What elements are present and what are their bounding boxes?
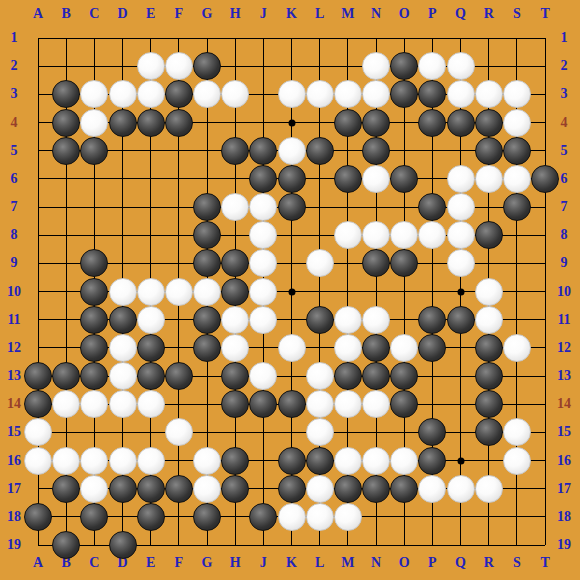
black-stone[interactable] [165, 475, 193, 503]
white-stone[interactable] [80, 80, 108, 108]
white-stone[interactable] [193, 447, 221, 475]
row-label-left: 16 [7, 453, 21, 469]
black-stone[interactable] [390, 52, 418, 80]
black-stone[interactable] [80, 278, 108, 306]
white-stone[interactable] [334, 390, 362, 418]
black-stone[interactable] [362, 334, 390, 362]
white-stone[interactable] [447, 249, 475, 277]
white-stone[interactable] [193, 475, 221, 503]
black-stone[interactable] [193, 306, 221, 334]
white-stone[interactable] [278, 334, 306, 362]
column-label-bottom: G [202, 555, 213, 571]
white-stone[interactable] [249, 249, 277, 277]
black-stone[interactable] [221, 447, 249, 475]
white-stone[interactable] [362, 447, 390, 475]
black-stone[interactable] [193, 334, 221, 362]
black-stone[interactable] [249, 165, 277, 193]
black-stone[interactable] [390, 362, 418, 390]
row-label-right: 12 [557, 340, 571, 356]
white-stone[interactable] [306, 80, 334, 108]
column-label-top: F [175, 6, 184, 22]
row-label-right: 1 [561, 30, 568, 46]
black-stone[interactable] [306, 306, 334, 334]
white-stone[interactable] [278, 137, 306, 165]
black-stone[interactable] [109, 109, 137, 137]
black-stone[interactable] [278, 165, 306, 193]
black-stone[interactable] [334, 362, 362, 390]
black-stone[interactable] [193, 52, 221, 80]
white-stone[interactable] [137, 390, 165, 418]
black-stone[interactable] [390, 249, 418, 277]
row-label-right: 9 [561, 255, 568, 271]
row-label-left: 14 [7, 396, 21, 412]
black-stone[interactable] [193, 249, 221, 277]
black-stone[interactable] [80, 137, 108, 165]
black-stone[interactable] [52, 531, 80, 559]
white-stone[interactable] [80, 390, 108, 418]
column-label-top: H [230, 6, 241, 22]
black-stone[interactable] [24, 362, 52, 390]
black-stone[interactable] [306, 447, 334, 475]
black-stone[interactable] [503, 193, 531, 221]
white-stone[interactable] [418, 52, 446, 80]
black-stone[interactable] [503, 137, 531, 165]
row-label-right: 8 [561, 227, 568, 243]
black-stone[interactable] [362, 475, 390, 503]
row-label-right: 16 [557, 453, 571, 469]
white-stone[interactable] [306, 503, 334, 531]
black-stone[interactable] [475, 390, 503, 418]
row-label-left: 1 [11, 30, 18, 46]
white-stone[interactable] [503, 165, 531, 193]
black-stone[interactable] [390, 390, 418, 418]
black-stone[interactable] [334, 109, 362, 137]
column-label-top: S [513, 6, 521, 22]
grid-line-horizontal [38, 432, 545, 433]
white-stone[interactable] [503, 418, 531, 446]
black-stone[interactable] [109, 475, 137, 503]
black-stone[interactable] [52, 109, 80, 137]
white-stone[interactable] [306, 390, 334, 418]
row-label-right: 2 [561, 58, 568, 74]
black-stone[interactable] [418, 80, 446, 108]
column-label-bottom: T [540, 555, 549, 571]
white-stone[interactable] [503, 80, 531, 108]
column-label-top: G [202, 6, 213, 22]
column-label-top: J [260, 6, 267, 22]
row-label-left: 15 [7, 424, 21, 440]
white-stone[interactable] [418, 221, 446, 249]
column-label-bottom: P [428, 555, 437, 571]
black-stone[interactable] [475, 137, 503, 165]
star-point [457, 288, 464, 295]
white-stone[interactable] [447, 52, 475, 80]
black-stone[interactable] [334, 475, 362, 503]
black-stone[interactable] [52, 475, 80, 503]
white-stone[interactable] [475, 475, 503, 503]
black-stone[interactable] [137, 475, 165, 503]
white-stone[interactable] [475, 278, 503, 306]
white-stone[interactable] [503, 447, 531, 475]
white-stone[interactable] [334, 334, 362, 362]
row-label-right: 14 [557, 396, 571, 412]
row-label-right: 10 [557, 284, 571, 300]
column-label-top: T [540, 6, 549, 22]
star-point [288, 288, 295, 295]
black-stone[interactable] [475, 362, 503, 390]
white-stone[interactable] [503, 109, 531, 137]
white-stone[interactable] [362, 165, 390, 193]
white-stone[interactable] [109, 278, 137, 306]
white-stone[interactable] [193, 80, 221, 108]
white-stone[interactable] [109, 447, 137, 475]
black-stone[interactable] [137, 334, 165, 362]
white-stone[interactable] [165, 278, 193, 306]
white-stone[interactable] [137, 447, 165, 475]
column-label-top: N [371, 6, 381, 22]
row-label-right: 19 [557, 537, 571, 553]
black-stone[interactable] [52, 137, 80, 165]
white-stone[interactable] [52, 390, 80, 418]
row-label-left: 18 [7, 509, 21, 525]
row-label-left: 8 [11, 227, 18, 243]
black-stone[interactable] [418, 306, 446, 334]
row-label-right: 4 [561, 115, 568, 131]
black-stone[interactable] [80, 249, 108, 277]
column-label-top: Q [455, 6, 466, 22]
row-label-left: 10 [7, 284, 21, 300]
white-stone[interactable] [447, 80, 475, 108]
black-stone[interactable] [80, 362, 108, 390]
black-stone[interactable] [24, 503, 52, 531]
black-stone[interactable] [193, 221, 221, 249]
white-stone[interactable] [306, 418, 334, 446]
column-label-bottom: Q [455, 555, 466, 571]
row-label-right: 13 [557, 368, 571, 384]
black-stone[interactable] [221, 390, 249, 418]
white-stone[interactable] [249, 306, 277, 334]
column-label-bottom: C [89, 555, 99, 571]
column-label-top: C [89, 6, 99, 22]
row-label-left: 17 [7, 481, 21, 497]
white-stone[interactable] [80, 109, 108, 137]
row-label-right: 3 [561, 86, 568, 102]
black-stone[interactable] [137, 109, 165, 137]
row-label-left: 12 [7, 340, 21, 356]
black-stone[interactable] [193, 503, 221, 531]
white-stone[interactable] [221, 193, 249, 221]
white-stone[interactable] [24, 447, 52, 475]
white-stone[interactable] [278, 503, 306, 531]
row-label-left: 4 [11, 115, 18, 131]
white-stone[interactable] [137, 52, 165, 80]
white-stone[interactable] [193, 278, 221, 306]
white-stone[interactable] [165, 418, 193, 446]
white-stone[interactable] [362, 390, 390, 418]
white-stone[interactable] [418, 475, 446, 503]
black-stone[interactable] [418, 109, 446, 137]
row-label-right: 6 [561, 171, 568, 187]
black-stone[interactable] [137, 362, 165, 390]
black-stone[interactable] [221, 249, 249, 277]
black-stone[interactable] [390, 80, 418, 108]
column-label-top: K [286, 6, 297, 22]
white-stone[interactable] [334, 221, 362, 249]
row-label-right: 5 [561, 143, 568, 159]
black-stone[interactable] [278, 475, 306, 503]
white-stone[interactable] [109, 390, 137, 418]
white-stone[interactable] [334, 306, 362, 334]
black-stone[interactable] [137, 503, 165, 531]
black-stone[interactable] [447, 109, 475, 137]
white-stone[interactable] [334, 447, 362, 475]
black-stone[interactable] [362, 109, 390, 137]
black-stone[interactable] [447, 306, 475, 334]
black-stone[interactable] [390, 475, 418, 503]
column-label-top: O [399, 6, 410, 22]
white-stone[interactable] [362, 80, 390, 108]
black-stone[interactable] [165, 80, 193, 108]
white-stone[interactable] [475, 165, 503, 193]
black-stone[interactable] [390, 165, 418, 193]
black-stone[interactable] [475, 221, 503, 249]
row-label-right: 15 [557, 424, 571, 440]
white-stone[interactable] [109, 80, 137, 108]
black-stone[interactable] [475, 334, 503, 362]
white-stone[interactable] [109, 362, 137, 390]
black-stone[interactable] [109, 531, 137, 559]
white-stone[interactable] [390, 221, 418, 249]
white-stone[interactable] [362, 52, 390, 80]
white-stone[interactable] [334, 80, 362, 108]
white-stone[interactable] [362, 306, 390, 334]
black-stone[interactable] [362, 137, 390, 165]
black-stone[interactable] [52, 362, 80, 390]
column-label-top: L [315, 6, 324, 22]
black-stone[interactable] [221, 137, 249, 165]
black-stone[interactable] [80, 306, 108, 334]
column-label-top: E [146, 6, 155, 22]
black-stone[interactable] [24, 390, 52, 418]
row-label-left: 7 [11, 199, 18, 215]
white-stone[interactable] [52, 447, 80, 475]
black-stone[interactable] [165, 109, 193, 137]
star-point [288, 119, 295, 126]
white-stone[interactable] [137, 80, 165, 108]
row-label-right: 18 [557, 509, 571, 525]
row-label-left: 11 [7, 312, 20, 328]
white-stone[interactable] [306, 362, 334, 390]
white-stone[interactable] [503, 334, 531, 362]
black-stone[interactable] [249, 390, 277, 418]
row-label-left: 19 [7, 537, 21, 553]
black-stone[interactable] [475, 109, 503, 137]
white-stone[interactable] [109, 334, 137, 362]
black-stone[interactable] [278, 390, 306, 418]
column-label-top: P [428, 6, 437, 22]
row-label-left: 13 [7, 368, 21, 384]
row-label-left: 2 [11, 58, 18, 74]
column-label-bottom: S [513, 555, 521, 571]
black-stone[interactable] [418, 334, 446, 362]
column-label-bottom: N [371, 555, 381, 571]
column-label-bottom: J [260, 555, 267, 571]
black-stone[interactable] [362, 362, 390, 390]
column-label-bottom: K [286, 555, 297, 571]
white-stone[interactable] [334, 503, 362, 531]
black-stone[interactable] [418, 193, 446, 221]
column-label-top: R [484, 6, 494, 22]
column-label-bottom: O [399, 555, 410, 571]
black-stone[interactable] [278, 447, 306, 475]
white-stone[interactable] [249, 193, 277, 221]
black-stone[interactable] [475, 418, 503, 446]
white-stone[interactable] [306, 475, 334, 503]
white-stone[interactable] [306, 249, 334, 277]
white-stone[interactable] [249, 362, 277, 390]
row-label-left: 6 [11, 171, 18, 187]
black-stone[interactable] [109, 306, 137, 334]
black-stone[interactable] [165, 362, 193, 390]
column-label-top: D [117, 6, 127, 22]
white-stone[interactable] [80, 447, 108, 475]
black-stone[interactable] [221, 278, 249, 306]
row-label-right: 11 [557, 312, 570, 328]
row-label-right: 17 [557, 481, 571, 497]
column-label-bottom: H [230, 555, 241, 571]
black-stone[interactable] [221, 362, 249, 390]
white-stone[interactable] [221, 306, 249, 334]
black-stone[interactable] [531, 165, 559, 193]
black-stone[interactable] [193, 193, 221, 221]
black-stone[interactable] [80, 334, 108, 362]
black-stone[interactable] [278, 193, 306, 221]
white-stone[interactable] [249, 221, 277, 249]
column-label-top: M [341, 6, 354, 22]
black-stone[interactable] [221, 475, 249, 503]
white-stone[interactable] [221, 334, 249, 362]
column-label-top: A [33, 6, 43, 22]
white-stone[interactable] [278, 80, 306, 108]
column-label-bottom: R [484, 555, 494, 571]
white-stone[interactable] [24, 418, 52, 446]
row-label-left: 3 [11, 86, 18, 102]
column-label-bottom: M [341, 555, 354, 571]
column-label-bottom: A [33, 555, 43, 571]
white-stone[interactable] [447, 221, 475, 249]
white-stone[interactable] [165, 52, 193, 80]
go-board[interactable]: AABBCCDDEEFFGGHHJJKKLLMMNNOOPPQQRRSSTT11… [0, 0, 580, 580]
column-label-bottom: L [315, 555, 324, 571]
white-stone[interactable] [475, 306, 503, 334]
black-stone[interactable] [249, 503, 277, 531]
white-stone[interactable] [80, 475, 108, 503]
white-stone[interactable] [249, 278, 277, 306]
star-point [457, 457, 464, 464]
white-stone[interactable] [221, 80, 249, 108]
white-stone[interactable] [390, 334, 418, 362]
white-stone[interactable] [390, 447, 418, 475]
row-label-left: 9 [11, 255, 18, 271]
white-stone[interactable] [447, 165, 475, 193]
black-stone[interactable] [418, 418, 446, 446]
row-label-right: 7 [561, 199, 568, 215]
white-stone[interactable] [137, 306, 165, 334]
black-stone[interactable] [249, 137, 277, 165]
row-label-left: 5 [11, 143, 18, 159]
black-stone[interactable] [52, 80, 80, 108]
black-stone[interactable] [362, 249, 390, 277]
white-stone[interactable] [475, 80, 503, 108]
white-stone[interactable] [137, 278, 165, 306]
grid-line-vertical [545, 38, 546, 545]
column-label-bottom: F [175, 555, 184, 571]
white-stone[interactable] [362, 221, 390, 249]
white-stone[interactable] [447, 475, 475, 503]
column-label-bottom: E [146, 555, 155, 571]
column-label-top: B [61, 6, 70, 22]
black-stone[interactable] [334, 165, 362, 193]
black-stone[interactable] [306, 137, 334, 165]
white-stone[interactable] [447, 193, 475, 221]
black-stone[interactable] [80, 503, 108, 531]
black-stone[interactable] [418, 447, 446, 475]
